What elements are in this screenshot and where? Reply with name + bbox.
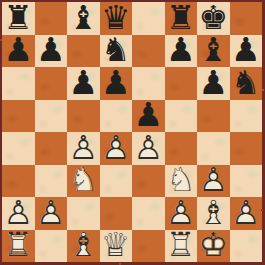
black-pawn-glyph: ♟ (197, 67, 230, 100)
square-d6[interactable]: ♟ (100, 67, 133, 100)
square-b7[interactable]: ♟ (35, 35, 68, 68)
white-pawn-outline: ♙ (132, 132, 165, 165)
white-bishop: ♝♗ (67, 230, 100, 263)
black-pawn: ♟ (100, 67, 133, 100)
black-pawn-glyph: ♟ (165, 35, 198, 68)
square-f5[interactable] (165, 100, 198, 133)
square-g1[interactable]: ♚♔ (197, 230, 230, 263)
white-pawn-outline: ♙ (35, 197, 68, 230)
square-b1[interactable] (35, 230, 68, 263)
black-bishop-glyph: ♝ (67, 2, 100, 35)
square-b6[interactable] (35, 67, 68, 100)
square-a1[interactable]: ♜♖ (2, 230, 35, 263)
black-pawn: ♟ (67, 67, 100, 100)
square-g6[interactable]: ♟ (197, 67, 230, 100)
square-a4[interactable] (2, 132, 35, 165)
square-b4[interactable] (35, 132, 68, 165)
white-knight-outline: ♘ (67, 165, 100, 198)
square-c1[interactable]: ♝♗ (67, 230, 100, 263)
square-d4[interactable]: ♟♙ (100, 132, 133, 165)
black-knight-glyph: ♞ (230, 67, 263, 100)
white-queen: ♛♕ (100, 230, 133, 263)
square-e2[interactable] (132, 197, 165, 230)
chess-board: ♜♝♛♜♚♟♟♞♟♝♟♟♟♟♞♟♟♙♟♙♟♙♞♘♞♘♟♙♟♙♟♙♟♙♝♗♟♙♜♖… (2, 2, 262, 262)
white-pawn: ♟♙ (132, 132, 165, 165)
white-pawn-outline: ♙ (100, 132, 133, 165)
square-h4[interactable] (230, 132, 263, 165)
square-b2[interactable]: ♟♙ (35, 197, 68, 230)
white-rook: ♜♖ (2, 230, 35, 263)
square-f1[interactable]: ♜♖ (165, 230, 198, 263)
black-pawn: ♟ (35, 35, 68, 68)
black-knight: ♞ (230, 67, 263, 100)
square-f6[interactable] (165, 67, 198, 100)
white-pawn: ♟♙ (100, 132, 133, 165)
white-pawn: ♟♙ (230, 197, 263, 230)
square-b5[interactable] (35, 100, 68, 133)
black-pawn-glyph: ♟ (2, 35, 35, 68)
white-queen-outline: ♕ (100, 230, 133, 263)
square-e3[interactable] (132, 165, 165, 198)
board-frame: ♜♝♛♜♚♟♟♞♟♝♟♟♟♟♞♟♟♙♟♙♟♙♞♘♞♘♟♙♟♙♟♙♟♙♝♗♟♙♜♖… (0, 0, 265, 265)
black-bishop: ♝ (67, 2, 100, 35)
square-c3[interactable]: ♞♘ (67, 165, 100, 198)
square-e1[interactable] (132, 230, 165, 263)
white-pawn: ♟♙ (35, 197, 68, 230)
square-d1[interactable]: ♛♕ (100, 230, 133, 263)
square-h5[interactable] (230, 100, 263, 133)
square-c6[interactable]: ♟ (67, 67, 100, 100)
black-pawn: ♟ (197, 67, 230, 100)
black-pawn-glyph: ♟ (35, 35, 68, 68)
white-king-outline: ♔ (197, 230, 230, 263)
square-a6[interactable] (2, 67, 35, 100)
square-h2[interactable]: ♟♙ (230, 197, 263, 230)
white-knight: ♞♘ (67, 165, 100, 198)
square-c8[interactable]: ♝ (67, 2, 100, 35)
square-e7[interactable] (132, 35, 165, 68)
white-rook-outline: ♖ (165, 230, 198, 263)
black-pawn: ♟ (165, 35, 198, 68)
white-rook-outline: ♖ (2, 230, 35, 263)
square-a5[interactable] (2, 100, 35, 133)
square-g5[interactable] (197, 100, 230, 133)
square-h6[interactable]: ♞ (230, 67, 263, 100)
square-a7[interactable]: ♟ (2, 35, 35, 68)
black-pawn-glyph: ♟ (67, 67, 100, 100)
white-king: ♚♔ (197, 230, 230, 263)
white-pawn-outline: ♙ (230, 197, 263, 230)
white-rook: ♜♖ (165, 230, 198, 263)
white-bishop-outline: ♗ (67, 230, 100, 263)
square-d3[interactable] (100, 165, 133, 198)
square-e4[interactable]: ♟♙ (132, 132, 165, 165)
black-pawn-glyph: ♟ (100, 67, 133, 100)
square-f7[interactable]: ♟ (165, 35, 198, 68)
black-pawn: ♟ (2, 35, 35, 68)
square-e8[interactable] (132, 2, 165, 35)
square-h1[interactable] (230, 230, 263, 263)
